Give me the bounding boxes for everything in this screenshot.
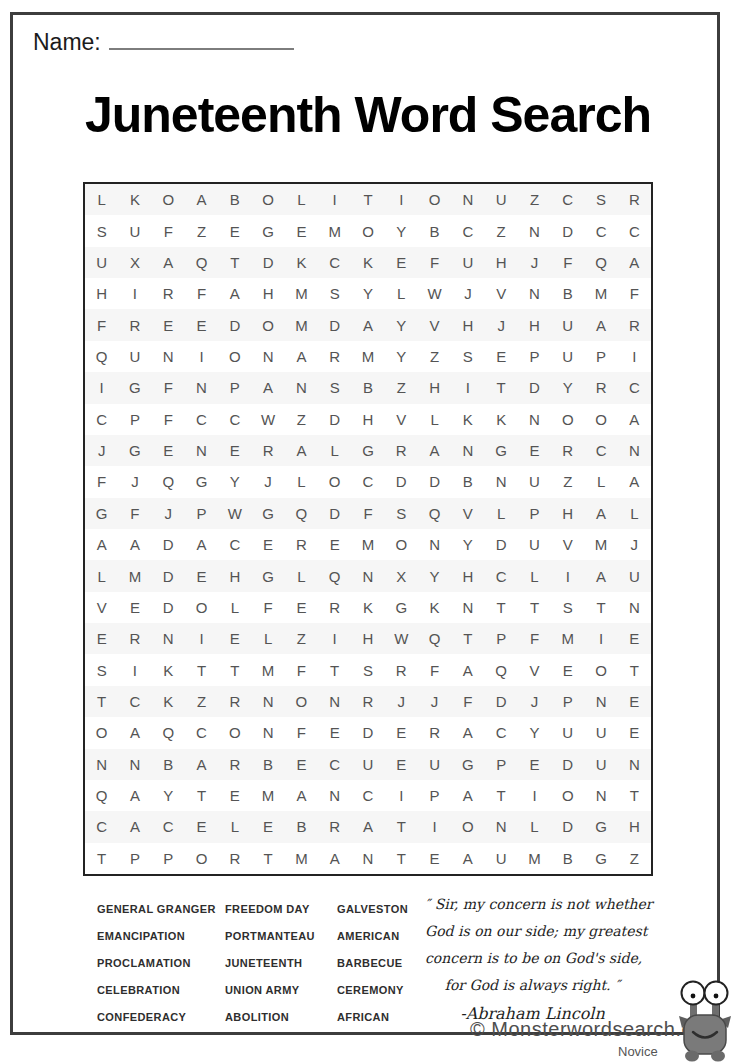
grid-cell-r11c9: F — [351, 498, 384, 529]
grid-cell-r7c13: T — [485, 372, 518, 403]
grid-cell-r3c12: U — [451, 247, 484, 278]
grid-cell-r18c10: E — [385, 717, 418, 748]
grid-cell-r9c2: G — [118, 435, 151, 466]
grid-cell-r6c4: I — [185, 341, 218, 372]
grid-cell-r18c9: D — [351, 717, 384, 748]
grid-cell-r18c1: O — [85, 717, 118, 748]
grid-cell-r10c16: L — [584, 466, 617, 497]
grid-cell-r8c10: V — [385, 404, 418, 435]
word-list-item: CEREMONY — [337, 981, 437, 1000]
grid-cell-r20c15: O — [551, 780, 584, 811]
grid-cell-r11c4: P — [185, 498, 218, 529]
grid-cell-r11c2: F — [118, 498, 151, 529]
grid-cell-r12c1: A — [85, 529, 118, 560]
grid-cell-r17c12: F — [451, 686, 484, 717]
grid-cell-r4c4: F — [185, 278, 218, 309]
grid-cell-r4c16: M — [584, 278, 617, 309]
grid-cell-r13c14: L — [518, 560, 551, 591]
grid-cell-r18c4: C — [185, 717, 218, 748]
grid-cell-r8c7: Z — [285, 404, 318, 435]
grid-cell-r19c15: D — [551, 749, 584, 780]
grid-cell-r13c8: Q — [318, 560, 351, 591]
grid-cell-r16c17: T — [618, 654, 651, 685]
grid-cell-r21c4: E — [185, 811, 218, 842]
grid-cell-r7c7: N — [285, 372, 318, 403]
grid-cell-r2c10: Y — [385, 215, 418, 246]
grid-cell-r1c8: I — [318, 184, 351, 215]
grid-cell-r13c4: E — [185, 560, 218, 591]
grid-cell-r15c4: I — [185, 623, 218, 654]
grid-cell-r1c15: C — [551, 184, 584, 215]
grid-cell-r7c4: N — [185, 372, 218, 403]
grid-cell-r12c4: A — [185, 529, 218, 560]
grid-cell-r7c1: I — [85, 372, 118, 403]
grid-cell-r13c3: D — [152, 560, 185, 591]
grid-cell-r6c9: M — [351, 341, 384, 372]
grid-cell-r12c13: D — [485, 529, 518, 560]
grid-cell-r8c5: C — [218, 404, 251, 435]
grid-cell-r3c5: T — [218, 247, 251, 278]
grid-cell-r17c7: O — [285, 686, 318, 717]
word-list-item: BARBECUE — [337, 954, 437, 973]
grid-cell-r16c16: O — [584, 654, 617, 685]
grid-cell-r20c11: P — [418, 780, 451, 811]
grid-cell-r10c4: G — [185, 466, 218, 497]
grid-cell-r3c1: U — [85, 247, 118, 278]
grid-cell-r4c2: I — [118, 278, 151, 309]
grid-cell-r18c5: O — [218, 717, 251, 748]
grid-cell-r8c13: K — [485, 404, 518, 435]
quote-line: for God is always right. ″ — [425, 972, 640, 999]
grid-cell-r9c10: R — [385, 435, 418, 466]
name-blank-line — [109, 28, 294, 50]
grid-cell-r9c4: N — [185, 435, 218, 466]
grid-cell-r2c2: U — [118, 215, 151, 246]
grid-cell-r11c6: G — [251, 498, 284, 529]
grid-cell-r4c10: L — [385, 278, 418, 309]
grid-cell-r1c4: A — [185, 184, 218, 215]
grid-cell-r22c13: U — [485, 843, 518, 874]
grid-cell-r6c6: N — [251, 341, 284, 372]
grid-cell-r14c7: E — [285, 592, 318, 623]
grid-cell-r3c8: C — [318, 247, 351, 278]
grid-cell-r19c6: B — [251, 749, 284, 780]
grid-cell-r14c15: S — [551, 592, 584, 623]
grid-cell-r19c14: E — [518, 749, 551, 780]
grid-cell-r4c15: B — [551, 278, 584, 309]
grid-cell-r8c16: O — [584, 404, 617, 435]
quote-lines: ″ Sir, my concern is not whetherGod is o… — [425, 891, 640, 999]
grid-cell-r17c9: R — [351, 686, 384, 717]
grid-cell-r19c7: E — [285, 749, 318, 780]
grid-cell-r5c7: M — [285, 309, 318, 340]
grid-cell-r2c14: N — [518, 215, 551, 246]
grid-cell-r12c3: D — [152, 529, 185, 560]
grid-cell-r8c9: H — [351, 404, 384, 435]
grid-cell-r21c8: R — [318, 811, 351, 842]
grid-cell-r3c7: K — [285, 247, 318, 278]
grid-cell-r12c17: J — [618, 529, 651, 560]
grid-cell-r5c14: H — [518, 309, 551, 340]
grid-cell-r22c17: Z — [618, 843, 651, 874]
grid-cell-r1c9: T — [351, 184, 384, 215]
grid-cell-r9c13: G — [485, 435, 518, 466]
grid-cell-r21c2: A — [118, 811, 151, 842]
grid-cell-r12c10: O — [385, 529, 418, 560]
grid-cell-r12c12: Y — [451, 529, 484, 560]
grid-cell-r15c12: T — [451, 623, 484, 654]
grid-cell-r14c3: D — [152, 592, 185, 623]
grid-cell-r5c6: O — [251, 309, 284, 340]
grid-cell-r18c2: A — [118, 717, 151, 748]
grid-cell-r16c8: T — [318, 654, 351, 685]
grid-cell-r4c14: N — [518, 278, 551, 309]
grid-cell-r11c8: D — [318, 498, 351, 529]
grid-cell-r6c12: S — [451, 341, 484, 372]
word-list-item: FREEDOM DAY — [225, 900, 337, 919]
grid-cell-r8c8: D — [318, 404, 351, 435]
grid-cell-r15c7: Z — [285, 623, 318, 654]
grid-cell-r22c10: T — [385, 843, 418, 874]
grid-cell-r7c6: A — [251, 372, 284, 403]
grid-cell-r7c2: G — [118, 372, 151, 403]
grid-cell-r12c2: A — [118, 529, 151, 560]
grid-cell-r9c12: N — [451, 435, 484, 466]
grid-cell-r22c16: G — [584, 843, 617, 874]
grid-cell-r2c3: F — [152, 215, 185, 246]
grid-cell-r13c7: L — [285, 560, 318, 591]
grid-cell-r7c12: I — [451, 372, 484, 403]
grid-cell-r10c11: D — [418, 466, 451, 497]
grid-cell-r22c1: T — [85, 843, 118, 874]
grid-cell-r14c8: R — [318, 592, 351, 623]
grid-cell-r8c14: N — [518, 404, 551, 435]
grid-cell-r21c17: H — [618, 811, 651, 842]
grid-cell-r16c2: I — [118, 654, 151, 685]
grid-cell-r13c15: I — [551, 560, 584, 591]
grid-cell-r21c14: L — [518, 811, 551, 842]
grid-cell-r15c6: L — [251, 623, 284, 654]
grid-cell-r16c9: S — [351, 654, 384, 685]
word-list-item: PORTMANTEAU — [225, 927, 337, 946]
grid-cell-r6c3: N — [152, 341, 185, 372]
grid-cell-r6c10: Y — [385, 341, 418, 372]
grid-cell-r7c5: P — [218, 372, 251, 403]
name-label: Name: — [33, 29, 101, 55]
grid-cell-r13c6: G — [251, 560, 284, 591]
grid-cell-r11c3: J — [152, 498, 185, 529]
grid-cell-r8c12: K — [451, 404, 484, 435]
grid-cell-r9c7: A — [285, 435, 318, 466]
grid-cell-r16c11: F — [418, 654, 451, 685]
grid-cell-r7c11: H — [418, 372, 451, 403]
grid-cell-r21c15: D — [551, 811, 584, 842]
grid-cell-r20c17: T — [618, 780, 651, 811]
grid-cell-r1c5: B — [218, 184, 251, 215]
grid-cell-r4c9: Y — [351, 278, 384, 309]
grid-cell-r11c7: Q — [285, 498, 318, 529]
grid-cell-r5c9: A — [351, 309, 384, 340]
grid-cell-r11c12: V — [451, 498, 484, 529]
grid-cell-r11c1: G — [85, 498, 118, 529]
grid-cell-r1c12: N — [451, 184, 484, 215]
grid-cell-r4c6: H — [251, 278, 284, 309]
grid-cell-r20c4: T — [185, 780, 218, 811]
grid-cell-r15c1: E — [85, 623, 118, 654]
grid-cell-r2c4: Z — [185, 215, 218, 246]
grid-cell-r15c11: Q — [418, 623, 451, 654]
grid-cell-r4c11: W — [418, 278, 451, 309]
grid-cell-r3c11: F — [418, 247, 451, 278]
grid-cell-r9c15: R — [551, 435, 584, 466]
grid-cell-r9c6: R — [251, 435, 284, 466]
grid-cell-r9c17: N — [618, 435, 651, 466]
grid-cell-r17c15: P — [551, 686, 584, 717]
grid-cell-r12c15: V — [551, 529, 584, 560]
grid-cell-r20c14: I — [518, 780, 551, 811]
grid-cell-r7c10: Z — [385, 372, 418, 403]
grid-cell-r3c9: K — [351, 247, 384, 278]
grid-cell-r14c17: N — [618, 592, 651, 623]
grid-cell-r19c13: P — [485, 749, 518, 780]
grid-cell-r7c3: F — [152, 372, 185, 403]
grid-cell-r17c11: J — [418, 686, 451, 717]
grid-cell-r11c10: S — [385, 498, 418, 529]
grid-cell-r22c7: M — [285, 843, 318, 874]
grid-cell-r5c10: Y — [385, 309, 418, 340]
grid-cell-r2c7: E — [285, 215, 318, 246]
grid-cell-r16c14: V — [518, 654, 551, 685]
grid-cell-r17c10: J — [385, 686, 418, 717]
grid-cell-r17c5: R — [218, 686, 251, 717]
grid-cell-r2c8: M — [318, 215, 351, 246]
grid-cell-r12c14: U — [518, 529, 551, 560]
grid-cell-r7c9: B — [351, 372, 384, 403]
word-list-item: GALVESTON — [337, 900, 437, 919]
grid-cell-r12c6: E — [251, 529, 284, 560]
grid-cell-r3c14: J — [518, 247, 551, 278]
grid-cell-r10c7: L — [285, 466, 318, 497]
grid-cell-r9c8: L — [318, 435, 351, 466]
grid-cell-r11c5: W — [218, 498, 251, 529]
grid-cell-r12c16: M — [584, 529, 617, 560]
grid-cell-r5c16: A — [584, 309, 617, 340]
word-list-item: CONFEDERACY — [97, 1008, 225, 1027]
grid-cell-r22c14: M — [518, 843, 551, 874]
grid-cell-r3c2: X — [118, 247, 151, 278]
grid-cell-r10c14: U — [518, 466, 551, 497]
grid-cell-r7c14: D — [518, 372, 551, 403]
word-grid: LKOABOLITIONUZCSRSUFZEGEMOYBCZNDCCUXAQTD… — [83, 182, 653, 876]
grid-cell-r10c9: C — [351, 466, 384, 497]
grid-cell-r14c13: T — [485, 592, 518, 623]
grid-cell-r1c10: I — [385, 184, 418, 215]
grid-cell-r14c5: L — [218, 592, 251, 623]
grid-cell-r10c17: A — [618, 466, 651, 497]
grid-cell-r12c11: N — [418, 529, 451, 560]
word-list-item: UNION ARMY — [225, 981, 337, 1000]
grid-cell-r2c9: O — [351, 215, 384, 246]
grid-cell-r14c2: E — [118, 592, 151, 623]
grid-cell-r18c6: N — [251, 717, 284, 748]
grid-cell-r18c16: U — [584, 717, 617, 748]
grid-cell-r16c12: A — [451, 654, 484, 685]
grid-cell-r10c13: N — [485, 466, 518, 497]
grid-cell-r10c3: Q — [152, 466, 185, 497]
grid-cell-r10c5: Y — [218, 466, 251, 497]
grid-cell-r6c17: I — [618, 341, 651, 372]
grid-cell-r20c6: M — [251, 780, 284, 811]
grid-cell-r2c11: B — [418, 215, 451, 246]
grid-cell-r18c11: R — [418, 717, 451, 748]
grid-cell-r20c3: Y — [152, 780, 185, 811]
grid-cell-r3c4: Q — [185, 247, 218, 278]
grid-cell-r7c8: S — [318, 372, 351, 403]
grid-cell-r13c2: M — [118, 560, 151, 591]
grid-cell-r11c14: P — [518, 498, 551, 529]
grid-cell-r2c16: C — [584, 215, 617, 246]
grid-cell-r17c2: C — [118, 686, 151, 717]
grid-cell-r2c6: G — [251, 215, 284, 246]
grid-cell-r21c5: L — [218, 811, 251, 842]
grid-cell-r20c8: N — [318, 780, 351, 811]
grid-cell-r8c17: A — [618, 404, 651, 435]
grid-cell-r1c7: L — [285, 184, 318, 215]
grid-cell-r8c11: L — [418, 404, 451, 435]
grid-cell-r12c8: E — [318, 529, 351, 560]
grid-cell-r15c5: E — [218, 623, 251, 654]
grid-cell-r21c13: N — [485, 811, 518, 842]
grid-cell-r17c16: N — [584, 686, 617, 717]
grid-cell-r19c3: B — [152, 749, 185, 780]
grid-cell-r13c9: N — [351, 560, 384, 591]
grid-cell-r17c13: D — [485, 686, 518, 717]
grid-cell-r2c12: C — [451, 215, 484, 246]
quote-block: ″ Sir, my concern is not whetherGod is o… — [425, 891, 640, 1027]
name-row: Name: — [33, 28, 294, 56]
grid-cell-r22c3: P — [152, 843, 185, 874]
monster-mascot-icon — [676, 980, 734, 1062]
grid-cell-r4c7: M — [285, 278, 318, 309]
grid-cell-r15c10: W — [385, 623, 418, 654]
grid-cell-r17c17: E — [618, 686, 651, 717]
grid-cell-r9c11: A — [418, 435, 451, 466]
grid-cell-r18c14: Y — [518, 717, 551, 748]
grid-cell-r1c1: L — [85, 184, 118, 215]
grid-cell-r5c5: D — [218, 309, 251, 340]
grid-cell-r22c11: E — [418, 843, 451, 874]
grid-cell-r13c16: A — [584, 560, 617, 591]
grid-cell-r6c11: Z — [418, 341, 451, 372]
grid-cell-r11c13: L — [485, 498, 518, 529]
grid-cell-r22c5: R — [218, 843, 251, 874]
grid-cell-r20c13: T — [485, 780, 518, 811]
grid-cell-r14c6: F — [251, 592, 284, 623]
grid-cell-r21c7: B — [285, 811, 318, 842]
grid-cell-r8c4: C — [185, 404, 218, 435]
grid-cell-r8c15: O — [551, 404, 584, 435]
word-list-item: AFRICAN — [337, 1008, 437, 1027]
grid-cell-r22c12: A — [451, 843, 484, 874]
grid-cell-r3c10: E — [385, 247, 418, 278]
grid-cell-r3c13: H — [485, 247, 518, 278]
grid-cell-r10c6: J — [251, 466, 284, 497]
grid-cell-r16c7: F — [285, 654, 318, 685]
grid-cell-r22c4: O — [185, 843, 218, 874]
grid-cell-r2c5: E — [218, 215, 251, 246]
grid-cell-r16c15: E — [551, 654, 584, 685]
grid-cell-r9c9: G — [351, 435, 384, 466]
grid-cell-r19c1: N — [85, 749, 118, 780]
word-list-item: GENERAL GRANGER — [97, 900, 225, 919]
grid-cell-r20c7: A — [285, 780, 318, 811]
grid-cell-r19c5: R — [218, 749, 251, 780]
grid-cell-r19c17: N — [618, 749, 651, 780]
grid-cell-r9c5: E — [218, 435, 251, 466]
grid-cell-r6c1: Q — [85, 341, 118, 372]
word-list: GENERAL GRANGERFREEDOM DAYGALVESTONEMANC… — [97, 900, 437, 1027]
grid-cell-r22c15: B — [551, 843, 584, 874]
grid-cell-r10c8: O — [318, 466, 351, 497]
grid-cell-r11c16: A — [584, 498, 617, 529]
grid-cell-r5c11: V — [418, 309, 451, 340]
grid-cell-r15c8: I — [318, 623, 351, 654]
grid-cell-r3c16: Q — [584, 247, 617, 278]
grid-cell-r1c17: R — [618, 184, 651, 215]
grid-cell-r13c5: H — [218, 560, 251, 591]
grid-cell-r21c9: A — [351, 811, 384, 842]
grid-cell-r16c6: M — [251, 654, 284, 685]
difficulty-label: Novice — [618, 1044, 658, 1059]
grid-cell-r15c14: F — [518, 623, 551, 654]
grid-cell-r19c9: U — [351, 749, 384, 780]
grid-cell-r19c10: E — [385, 749, 418, 780]
grid-cell-r3c17: A — [618, 247, 651, 278]
grid-cell-r22c9: N — [351, 843, 384, 874]
grid-cell-r3c15: F — [551, 247, 584, 278]
grid-cell-r12c5: C — [218, 529, 251, 560]
grid-cell-r20c5: E — [218, 780, 251, 811]
grid-cell-r14c1: V — [85, 592, 118, 623]
grid-cell-r21c6: E — [251, 811, 284, 842]
grid-cell-r8c3: F — [152, 404, 185, 435]
grid-cell-r13c1: L — [85, 560, 118, 591]
grid-cell-r16c4: T — [185, 654, 218, 685]
word-list-item: AMERICAN — [337, 927, 437, 946]
grid-cell-r20c9: C — [351, 780, 384, 811]
grid-cell-r21c10: T — [385, 811, 418, 842]
grid-cell-r17c1: T — [85, 686, 118, 717]
grid-cell-r22c6: T — [251, 843, 284, 874]
quote-line: ″ Sir, my concern is not whether — [425, 891, 640, 918]
grid-cell-r5c4: E — [185, 309, 218, 340]
grid-cell-r19c16: U — [584, 749, 617, 780]
grid-cell-r1c6: O — [251, 184, 284, 215]
quote-line: concern is to be on God's side, — [425, 945, 640, 972]
grid-cell-r20c1: Q — [85, 780, 118, 811]
grid-cell-r14c12: N — [451, 592, 484, 623]
grid-cell-r9c1: J — [85, 435, 118, 466]
grid-cell-r6c14: P — [518, 341, 551, 372]
grid-cell-r15c17: E — [618, 623, 651, 654]
grid-cell-r13c13: C — [485, 560, 518, 591]
grid-cell-r13c10: X — [385, 560, 418, 591]
grid-cell-r1c11: O — [418, 184, 451, 215]
grid-cell-r21c16: G — [584, 811, 617, 842]
word-list-item: PROCLAMATION — [97, 954, 225, 973]
grid-cell-r21c12: O — [451, 811, 484, 842]
grid-cell-r19c8: C — [318, 749, 351, 780]
